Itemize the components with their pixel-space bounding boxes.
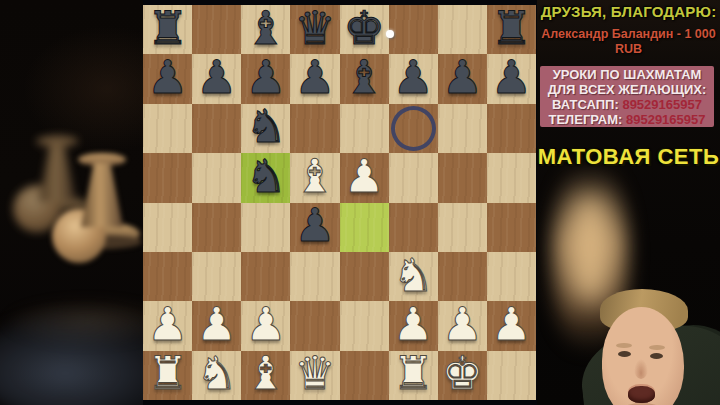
square-f2[interactable]: ♟ [389, 301, 438, 350]
square-b8[interactable] [192, 5, 241, 54]
square-f8[interactable] [389, 5, 438, 54]
square-b6[interactable] [192, 104, 241, 153]
annotation-circle [391, 106, 436, 151]
square-g6[interactable] [438, 104, 487, 153]
square-e5[interactable]: ♟ [340, 153, 389, 202]
square-a1[interactable]: ♜ [143, 351, 192, 400]
square-a8[interactable]: ♜ [143, 5, 192, 54]
piece-black-pawn: ♟ [294, 54, 335, 100]
board-grid: ♜♝♛♚♜♟♟♟♟♝♟♟♟♞♞♝♟♟♞♟♟♟♟♟♟♜♞♝♛♜♚ [143, 5, 536, 400]
left-photo-panel [0, 0, 143, 405]
square-d3[interactable] [290, 252, 339, 301]
square-a5[interactable] [143, 153, 192, 202]
piece-white-pawn: ♟ [147, 301, 188, 347]
piece-black-knight: ♞ [245, 153, 286, 199]
square-e1[interactable] [340, 351, 389, 400]
stream-frame: ♜♝♛♚♜♟♟♟♟♝♟♟♟♞♞♝♟♟♞♟♟♟♟♟♟♜♞♝♛♜♚ Д [0, 0, 720, 405]
chess-board: ♜♝♛♚♜♟♟♟♟♝♟♟♟♞♞♝♟♟♞♟♟♟♟♟♟♜♞♝♛♜♚ [143, 5, 536, 400]
piece-white-king: ♚ [442, 351, 483, 397]
thanks-title: ДРУЗЬЯ, БЛАГОДАРЮ: [537, 3, 720, 20]
piece-white-pawn: ♟ [245, 301, 286, 347]
square-a2[interactable]: ♟ [143, 301, 192, 350]
promo-line-telegram: ТЕЛЕГРАМ: 89529165957 [540, 112, 714, 127]
piece-black-bishop: ♝ [245, 5, 286, 51]
square-a6[interactable] [143, 104, 192, 153]
square-g7[interactable]: ♟ [438, 54, 487, 103]
piece-white-rook: ♜ [393, 351, 434, 397]
piece-white-knight: ♞ [196, 351, 237, 397]
square-h3[interactable] [487, 252, 536, 301]
square-h2[interactable]: ♟ [487, 301, 536, 350]
channel-watermark: МАТОВАЯ СЕТЬ [537, 144, 720, 170]
piece-black-pawn: ♟ [147, 54, 188, 100]
square-f6[interactable] [389, 104, 438, 153]
square-g1[interactable]: ♚ [438, 351, 487, 400]
floor-blur [0, 310, 143, 405]
square-b4[interactable] [192, 203, 241, 252]
piece-white-pawn: ♟ [343, 153, 384, 199]
square-g4[interactable] [438, 203, 487, 252]
square-f5[interactable] [389, 153, 438, 202]
square-d8[interactable]: ♛ [290, 5, 339, 54]
square-c4[interactable] [241, 203, 290, 252]
square-a4[interactable] [143, 203, 192, 252]
square-e3[interactable] [340, 252, 389, 301]
telegram-number: 89529165957 [626, 112, 706, 127]
piece-black-pawn: ♟ [294, 203, 335, 249]
square-c3[interactable] [241, 252, 290, 301]
square-d2[interactable] [290, 301, 339, 350]
piece-black-pawn: ♟ [245, 54, 286, 100]
square-c6[interactable]: ♞ [241, 104, 290, 153]
piece-white-pawn: ♟ [196, 301, 237, 347]
square-h5[interactable] [487, 153, 536, 202]
square-f1[interactable]: ♜ [389, 351, 438, 400]
piece-white-pawn: ♟ [442, 301, 483, 347]
square-e6[interactable] [340, 104, 389, 153]
piece-black-rook: ♜ [147, 5, 188, 51]
square-b3[interactable] [192, 252, 241, 301]
square-c5[interactable]: ♞ [241, 153, 290, 202]
square-d5[interactable]: ♝ [290, 153, 339, 202]
square-h8[interactable]: ♜ [487, 5, 536, 54]
square-d7[interactable]: ♟ [290, 54, 339, 103]
donation-text: Александр Баландин - 1 000 RUB [540, 27, 717, 57]
square-e2[interactable] [340, 301, 389, 350]
square-g5[interactable] [438, 153, 487, 202]
piece-black-pawn: ♟ [393, 54, 434, 100]
square-h7[interactable]: ♟ [487, 54, 536, 103]
streamer-face [602, 307, 684, 405]
square-f4[interactable] [389, 203, 438, 252]
square-a3[interactable] [143, 252, 192, 301]
whatsapp-number: 89529165957 [622, 97, 702, 112]
square-b7[interactable]: ♟ [192, 54, 241, 103]
mouse-cursor [386, 30, 394, 38]
square-b2[interactable]: ♟ [192, 301, 241, 350]
square-e7[interactable]: ♝ [340, 54, 389, 103]
streamer [555, 260, 720, 405]
promo-line-whatsapp: ВАТСАПП: 89529165957 [540, 97, 714, 112]
piece-black-king: ♚ [343, 5, 384, 51]
square-d6[interactable] [290, 104, 339, 153]
square-g3[interactable] [438, 252, 487, 301]
piece-black-pawn: ♟ [491, 54, 532, 100]
piece-black-bishop: ♝ [343, 54, 384, 100]
square-f7[interactable]: ♟ [389, 54, 438, 103]
square-c7[interactable]: ♟ [241, 54, 290, 103]
square-h1[interactable] [487, 351, 536, 400]
piece-white-rook: ♜ [147, 351, 188, 397]
right-panel: ДРУЗЬЯ, БЛАГОДАРЮ: Александр Баландин - … [537, 0, 720, 405]
square-e8[interactable]: ♚ [340, 5, 389, 54]
square-g2[interactable]: ♟ [438, 301, 487, 350]
piece-black-pawn: ♟ [196, 54, 237, 100]
square-g8[interactable] [438, 5, 487, 54]
square-c2[interactable]: ♟ [241, 301, 290, 350]
piece-black-pawn: ♟ [442, 54, 483, 100]
square-b1[interactable]: ♞ [192, 351, 241, 400]
square-f3[interactable]: ♞ [389, 252, 438, 301]
square-d4[interactable]: ♟ [290, 203, 339, 252]
square-a7[interactable]: ♟ [143, 54, 192, 103]
square-h6[interactable] [487, 104, 536, 153]
piece-white-pawn: ♟ [393, 301, 434, 347]
piece-white-bishop: ♝ [245, 351, 286, 397]
lessons-promo-box: УРОКИ ПО ШАХМАТАМ ДЛЯ ВСЕХ ЖЕЛАЮЩИХ: ВАТ… [540, 66, 714, 127]
promo-line: УРОКИ ПО ШАХМАТАМ [540, 67, 714, 82]
piece-black-rook: ♜ [491, 5, 532, 51]
promo-line: ДЛЯ ВСЕХ ЖЕЛАЮЩИХ: [540, 82, 714, 97]
piece-white-knight: ♞ [393, 252, 434, 298]
piece-white-bishop: ♝ [294, 153, 335, 199]
square-b5[interactable] [192, 153, 241, 202]
piece-black-queen: ♛ [294, 5, 335, 51]
square-e4[interactable] [340, 203, 389, 252]
photo-pawn-front [62, 160, 142, 249]
square-c1[interactable]: ♝ [241, 351, 290, 400]
piece-white-pawn: ♟ [491, 301, 532, 347]
square-h4[interactable] [487, 203, 536, 252]
square-c8[interactable]: ♝ [241, 5, 290, 54]
piece-black-knight: ♞ [245, 104, 286, 150]
piece-white-queen: ♛ [294, 351, 335, 397]
square-d1[interactable]: ♛ [290, 351, 339, 400]
